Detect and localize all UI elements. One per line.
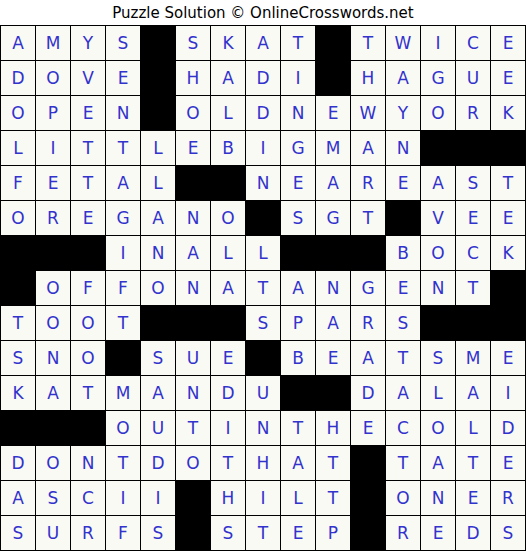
cell-letter: O: [431, 245, 444, 262]
cell-letter: L: [293, 490, 302, 507]
letter-cell-r14c15: R: [491, 481, 525, 515]
cell-letter: H: [257, 455, 270, 472]
letter-cell-r10c9: B: [281, 341, 315, 375]
cell-letter: A: [12, 490, 24, 507]
letter-cell-r11c13: L: [421, 376, 455, 410]
cell-letter: T: [83, 140, 93, 157]
block-cell-r12c2: [36, 411, 70, 445]
cell-letter: P: [328, 525, 338, 542]
letter-cell-r13c15: E: [491, 446, 525, 480]
letter-cell-r6c4: G: [106, 201, 140, 235]
title-bar: Puzzle Solution © OnlineCrosswords.net: [0, 0, 526, 25]
block-cell-r4c15: [491, 131, 525, 165]
cell-letter: A: [47, 385, 59, 402]
cell-letter: B: [397, 245, 409, 262]
cell-letter: L: [223, 105, 232, 122]
cell-letter: H: [222, 490, 235, 507]
cell-letter: W: [360, 105, 377, 122]
block-cell-r9c5: [141, 306, 175, 340]
cell-letter: O: [81, 350, 94, 367]
cell-letter: T: [188, 420, 198, 437]
letter-cell-r3c12: Y: [386, 96, 420, 130]
letter-cell-r2c12: A: [386, 61, 420, 95]
cell-letter: E: [118, 70, 129, 87]
page-title: Puzzle Solution © OnlineCrosswords.net: [112, 4, 413, 22]
letter-cell-r1c1: A: [1, 26, 35, 60]
cell-letter: I: [155, 490, 160, 507]
block-cell-r7c11: [351, 236, 385, 270]
cell-letter: I: [260, 490, 265, 507]
letter-cell-r5c1: F: [1, 166, 35, 200]
cell-letter: T: [13, 315, 23, 332]
letter-cell-r4c1: L: [1, 131, 35, 165]
letter-cell-r11c11: D: [351, 376, 385, 410]
letter-cell-r13c5: D: [141, 446, 175, 480]
cell-letter: O: [81, 315, 94, 332]
letter-cell-r3c4: N: [106, 96, 140, 130]
cell-letter: F: [118, 525, 128, 542]
cell-letter: R: [502, 490, 514, 507]
letter-cell-r7c12: B: [386, 236, 420, 270]
block-cell-r4c13: [421, 131, 455, 165]
cell-letter: D: [501, 420, 514, 437]
letter-cell-r3c9: N: [281, 96, 315, 130]
cell-letter: A: [397, 385, 409, 402]
cell-letter: O: [186, 455, 199, 472]
block-cell-r9c6: [176, 306, 210, 340]
letter-cell-r4c6: E: [176, 131, 210, 165]
letter-cell-r9c3: O: [71, 306, 105, 340]
letter-cell-r6c3: E: [71, 201, 105, 235]
letter-cell-r2c7: A: [211, 61, 245, 95]
block-cell-r14c6: [176, 481, 210, 515]
cell-letter: T: [118, 315, 128, 332]
block-cell-r12c3: [71, 411, 105, 445]
letter-cell-r10c1: S: [1, 341, 35, 375]
cell-letter: W: [395, 35, 412, 52]
cell-letter: M: [46, 35, 61, 52]
block-cell-r1c5: [141, 26, 175, 60]
letter-cell-r11c12: A: [386, 376, 420, 410]
cell-letter: T: [503, 175, 513, 192]
cell-letter: A: [152, 385, 164, 402]
cell-letter: G: [291, 140, 304, 157]
cell-letter: U: [467, 70, 479, 87]
cell-letter: A: [362, 350, 374, 367]
cell-letter: A: [397, 70, 409, 87]
letter-cell-r9c9: P: [281, 306, 315, 340]
letter-cell-r14c4: I: [106, 481, 140, 515]
cell-letter: A: [432, 175, 444, 192]
block-cell-r7c10: [316, 236, 350, 270]
cell-letter: H: [187, 70, 200, 87]
block-cell-r5c7: [211, 166, 245, 200]
cell-letter: E: [398, 280, 409, 297]
letter-cell-r6c9: S: [281, 201, 315, 235]
cell-letter: N: [152, 245, 165, 262]
cell-letter: S: [258, 315, 269, 332]
cell-letter: G: [116, 210, 129, 227]
cell-letter: E: [293, 175, 304, 192]
letter-cell-r2c1: D: [1, 61, 35, 95]
cell-letter: T: [328, 455, 338, 472]
cell-letter: S: [293, 210, 304, 227]
letter-cell-r15c8: T: [246, 516, 280, 550]
cell-letter: D: [11, 455, 24, 472]
letter-cell-r9c8: S: [246, 306, 280, 340]
letter-cell-r6c15: E: [491, 201, 525, 235]
cell-letter: E: [223, 350, 234, 367]
letter-cell-r1c14: C: [456, 26, 490, 60]
cell-letter: A: [292, 455, 304, 472]
letter-cell-r11c7: D: [211, 376, 245, 410]
letter-cell-r3c11: W: [351, 96, 385, 130]
cell-letter: I: [50, 140, 55, 157]
cell-letter: E: [293, 525, 304, 542]
letter-cell-r7c13: O: [421, 236, 455, 270]
letter-cell-r14c5: I: [141, 481, 175, 515]
block-cell-r2c5: [141, 61, 175, 95]
letter-cell-r14c3: C: [71, 481, 105, 515]
block-cell-r3c5: [141, 96, 175, 130]
cell-letter: T: [328, 490, 338, 507]
cell-letter: A: [327, 315, 339, 332]
block-cell-r7c2: [36, 236, 70, 270]
cell-letter: O: [396, 490, 409, 507]
cell-letter: A: [327, 175, 339, 192]
cell-letter: I: [505, 385, 510, 402]
cell-letter: A: [222, 280, 234, 297]
letter-cell-r5c10: A: [316, 166, 350, 200]
letter-cell-r4c10: M: [316, 131, 350, 165]
cell-letter: E: [503, 350, 514, 367]
letter-cell-r7c15: K: [491, 236, 525, 270]
letter-cell-r6c10: G: [316, 201, 350, 235]
cell-letter: I: [120, 245, 125, 262]
letter-cell-r11c8: U: [246, 376, 280, 410]
letter-cell-r15c15: S: [491, 516, 525, 550]
cell-letter: S: [223, 525, 234, 542]
letter-cell-r7c7: L: [211, 236, 245, 270]
cell-letter: S: [13, 350, 24, 367]
cell-letter: G: [361, 280, 374, 297]
letter-cell-r1c12: W: [386, 26, 420, 60]
block-cell-r10c8: [246, 341, 280, 375]
letter-cell-r13c14: T: [456, 446, 490, 480]
cell-letter: F: [83, 280, 93, 297]
letter-cell-r13c8: H: [246, 446, 280, 480]
letter-cell-r10c11: A: [351, 341, 385, 375]
letter-cell-r6c13: V: [421, 201, 455, 235]
letter-cell-r15c13: E: [421, 516, 455, 550]
letter-cell-r13c3: N: [71, 446, 105, 480]
cell-letter: A: [222, 70, 234, 87]
letter-cell-r5c15: T: [491, 166, 525, 200]
cell-letter: S: [188, 35, 199, 52]
letter-cell-r6c14: E: [456, 201, 490, 235]
cell-letter: U: [257, 385, 269, 402]
cell-letter: H: [327, 420, 340, 437]
letter-cell-r12c15: D: [491, 411, 525, 445]
cell-letter: L: [13, 140, 22, 157]
cell-letter: N: [187, 385, 200, 402]
letter-cell-r2c14: U: [456, 61, 490, 95]
cell-letter: E: [188, 140, 199, 157]
letter-cell-r10c7: E: [211, 341, 245, 375]
letter-cell-r4c3: T: [71, 131, 105, 165]
letter-cell-r15c2: U: [36, 516, 70, 550]
letter-cell-r2c11: H: [351, 61, 385, 95]
cell-letter: A: [362, 140, 374, 157]
block-cell-r15c11: [351, 516, 385, 550]
cell-letter: A: [257, 35, 269, 52]
letter-cell-r15c9: E: [281, 516, 315, 550]
letter-cell-r4c2: I: [36, 131, 70, 165]
block-cell-r1c10: [316, 26, 350, 60]
cell-letter: T: [83, 175, 93, 192]
cell-letter: E: [83, 210, 94, 227]
letter-cell-r2c9: I: [281, 61, 315, 95]
letter-cell-r10c10: E: [316, 341, 350, 375]
letter-cell-r1c6: S: [176, 26, 210, 60]
cell-letter: D: [11, 70, 24, 87]
cell-letter: R: [397, 525, 409, 542]
cell-letter: G: [326, 210, 339, 227]
letter-cell-r5c2: E: [36, 166, 70, 200]
letter-cell-r1c9: T: [281, 26, 315, 60]
block-cell-r9c15: [491, 306, 525, 340]
letter-cell-r12c10: H: [316, 411, 350, 445]
cell-letter: C: [82, 490, 94, 507]
crossword-grid: AMYSSKATTWICEDOVEHADIHAGUEOPENOLDNEWYORK…: [0, 25, 526, 551]
cell-letter: S: [153, 350, 164, 367]
cell-letter: N: [327, 280, 340, 297]
cell-letter: O: [46, 455, 59, 472]
letter-cell-r12c11: E: [351, 411, 385, 445]
cell-letter: O: [46, 315, 59, 332]
letter-cell-r3c15: K: [491, 96, 525, 130]
letter-cell-r13c1: D: [1, 446, 35, 480]
letter-cell-r8c10: N: [316, 271, 350, 305]
letter-cell-r7c5: N: [141, 236, 175, 270]
letter-cell-r8c14: T: [456, 271, 490, 305]
cell-letter: A: [117, 175, 129, 192]
letter-cell-r9c4: T: [106, 306, 140, 340]
letter-cell-r8c9: A: [281, 271, 315, 305]
letter-cell-r2c8: D: [246, 61, 280, 95]
cell-letter: D: [466, 525, 479, 542]
cell-letter: M: [326, 140, 341, 157]
cell-letter: T: [363, 210, 373, 227]
cell-letter: T: [118, 455, 128, 472]
letter-cell-r5c14: S: [456, 166, 490, 200]
letter-cell-r13c2: O: [36, 446, 70, 480]
cell-letter: N: [397, 140, 410, 157]
letter-cell-r1c3: Y: [71, 26, 105, 60]
cell-letter: S: [48, 490, 59, 507]
letter-cell-r6c2: R: [36, 201, 70, 235]
letter-cell-r4c8: I: [246, 131, 280, 165]
block-cell-r6c12: [386, 201, 420, 235]
cell-letter: E: [398, 175, 409, 192]
cell-letter: R: [47, 210, 59, 227]
cell-letter: R: [362, 175, 374, 192]
letter-cell-r5c5: L: [141, 166, 175, 200]
cell-letter: E: [433, 525, 444, 542]
cell-letter: N: [257, 175, 270, 192]
letter-cell-r5c3: T: [71, 166, 105, 200]
letter-cell-r15c4: F: [106, 516, 140, 550]
letter-cell-r14c2: S: [36, 481, 70, 515]
block-cell-r7c1: [1, 236, 35, 270]
cell-letter: O: [46, 280, 59, 297]
block-cell-r6c8: [246, 201, 280, 235]
letter-cell-r14c8: I: [246, 481, 280, 515]
block-cell-r15c6: [176, 516, 210, 550]
cell-letter: P: [293, 315, 303, 332]
letter-cell-r14c1: A: [1, 481, 35, 515]
letter-cell-r15c12: R: [386, 516, 420, 550]
cell-letter: U: [47, 525, 59, 542]
cell-letter: T: [83, 385, 93, 402]
letter-cell-r10c14: M: [456, 341, 490, 375]
cell-letter: M: [116, 385, 131, 402]
letter-cell-r10c2: N: [36, 341, 70, 375]
letter-cell-r10c15: E: [491, 341, 525, 375]
cell-letter: I: [435, 35, 440, 52]
cell-letter: T: [363, 35, 373, 52]
letter-cell-r2c3: V: [71, 61, 105, 95]
cell-letter: I: [295, 70, 300, 87]
block-cell-r4c14: [456, 131, 490, 165]
cell-letter: K: [502, 105, 513, 122]
cell-letter: T: [118, 140, 128, 157]
cell-letter: U: [152, 420, 164, 437]
letter-cell-r8c12: E: [386, 271, 420, 305]
letter-cell-r13c9: A: [281, 446, 315, 480]
letter-cell-r7c14: C: [456, 236, 490, 270]
letter-cell-r9c2: O: [36, 306, 70, 340]
letter-cell-r10c6: U: [176, 341, 210, 375]
cell-letter: D: [151, 455, 164, 472]
cell-letter: N: [432, 280, 445, 297]
letter-cell-r1c8: A: [246, 26, 280, 60]
block-cell-r9c7: [211, 306, 245, 340]
cell-letter: N: [187, 210, 200, 227]
letter-cell-r14c7: H: [211, 481, 245, 515]
cell-letter: K: [222, 35, 233, 52]
letter-cell-r8c8: T: [246, 271, 280, 305]
cell-letter: C: [397, 420, 409, 437]
cell-letter: E: [503, 210, 514, 227]
letter-cell-r5c8: N: [246, 166, 280, 200]
letter-cell-r12c4: O: [106, 411, 140, 445]
letter-cell-r12c5: U: [141, 411, 175, 445]
letter-cell-r1c15: E: [491, 26, 525, 60]
letter-cell-r4c4: T: [106, 131, 140, 165]
letter-cell-r3c14: R: [456, 96, 490, 130]
letter-cell-r8c4: F: [106, 271, 140, 305]
cell-letter: T: [468, 455, 478, 472]
cell-letter: O: [221, 210, 234, 227]
cell-letter: E: [328, 105, 339, 122]
letter-cell-r5c4: A: [106, 166, 140, 200]
letter-cell-r8c3: F: [71, 271, 105, 305]
letter-cell-r6c11: T: [351, 201, 385, 235]
letter-cell-r10c3: O: [71, 341, 105, 375]
letter-cell-r9c11: R: [351, 306, 385, 340]
letter-cell-r6c1: O: [1, 201, 35, 235]
letter-cell-r1c2: M: [36, 26, 70, 60]
cell-letter: G: [431, 70, 444, 87]
letter-cell-r8c2: O: [36, 271, 70, 305]
letter-cell-r3c13: O: [421, 96, 455, 130]
letter-cell-r8c6: N: [176, 271, 210, 305]
letter-cell-r7c4: I: [106, 236, 140, 270]
cell-letter: E: [83, 105, 94, 122]
cell-letter: T: [468, 280, 478, 297]
cell-letter: S: [153, 525, 164, 542]
letter-cell-r4c5: L: [141, 131, 175, 165]
cell-letter: P: [48, 105, 58, 122]
letter-cell-r12c12: C: [386, 411, 420, 445]
letter-cell-r4c12: N: [386, 131, 420, 165]
cell-letter: N: [82, 455, 95, 472]
cell-letter: E: [503, 35, 514, 52]
letter-cell-r5c9: E: [281, 166, 315, 200]
cell-letter: E: [503, 70, 514, 87]
block-cell-r8c15: [491, 271, 525, 305]
letter-cell-r9c12: S: [386, 306, 420, 340]
cell-letter: D: [361, 385, 374, 402]
letter-cell-r3c8: D: [246, 96, 280, 130]
letter-cell-r15c1: S: [1, 516, 35, 550]
cell-letter: S: [13, 525, 24, 542]
cell-letter: T: [398, 455, 408, 472]
letter-cell-r3c2: P: [36, 96, 70, 130]
cell-letter: R: [82, 525, 94, 542]
cell-letter: S: [398, 315, 409, 332]
cell-letter: O: [11, 210, 24, 227]
cell-letter: O: [431, 105, 444, 122]
cell-letter: D: [256, 105, 269, 122]
cell-letter: N: [47, 350, 60, 367]
letter-cell-r13c12: T: [386, 446, 420, 480]
letter-cell-r4c9: G: [281, 131, 315, 165]
block-cell-r7c9: [281, 236, 315, 270]
letter-cell-r5c13: A: [421, 166, 455, 200]
cell-letter: E: [48, 175, 59, 192]
cell-letter: O: [151, 280, 164, 297]
letter-cell-r4c7: B: [211, 131, 245, 165]
letter-cell-r10c5: S: [141, 341, 175, 375]
letter-cell-r14c10: T: [316, 481, 350, 515]
letter-cell-r15c10: P: [316, 516, 350, 550]
cell-letter: T: [258, 280, 268, 297]
letter-cell-r13c6: O: [176, 446, 210, 480]
cell-letter: O: [186, 105, 199, 122]
cell-letter: A: [292, 280, 304, 297]
letter-cell-r2c6: H: [176, 61, 210, 95]
letter-cell-r15c7: S: [211, 516, 245, 550]
letter-cell-r14c13: N: [421, 481, 455, 515]
letter-cell-r11c3: T: [71, 376, 105, 410]
letter-cell-r8c11: G: [351, 271, 385, 305]
letter-cell-r14c12: O: [386, 481, 420, 515]
letter-cell-r11c2: A: [36, 376, 70, 410]
letter-cell-r11c5: A: [141, 376, 175, 410]
block-cell-r2c10: [316, 61, 350, 95]
